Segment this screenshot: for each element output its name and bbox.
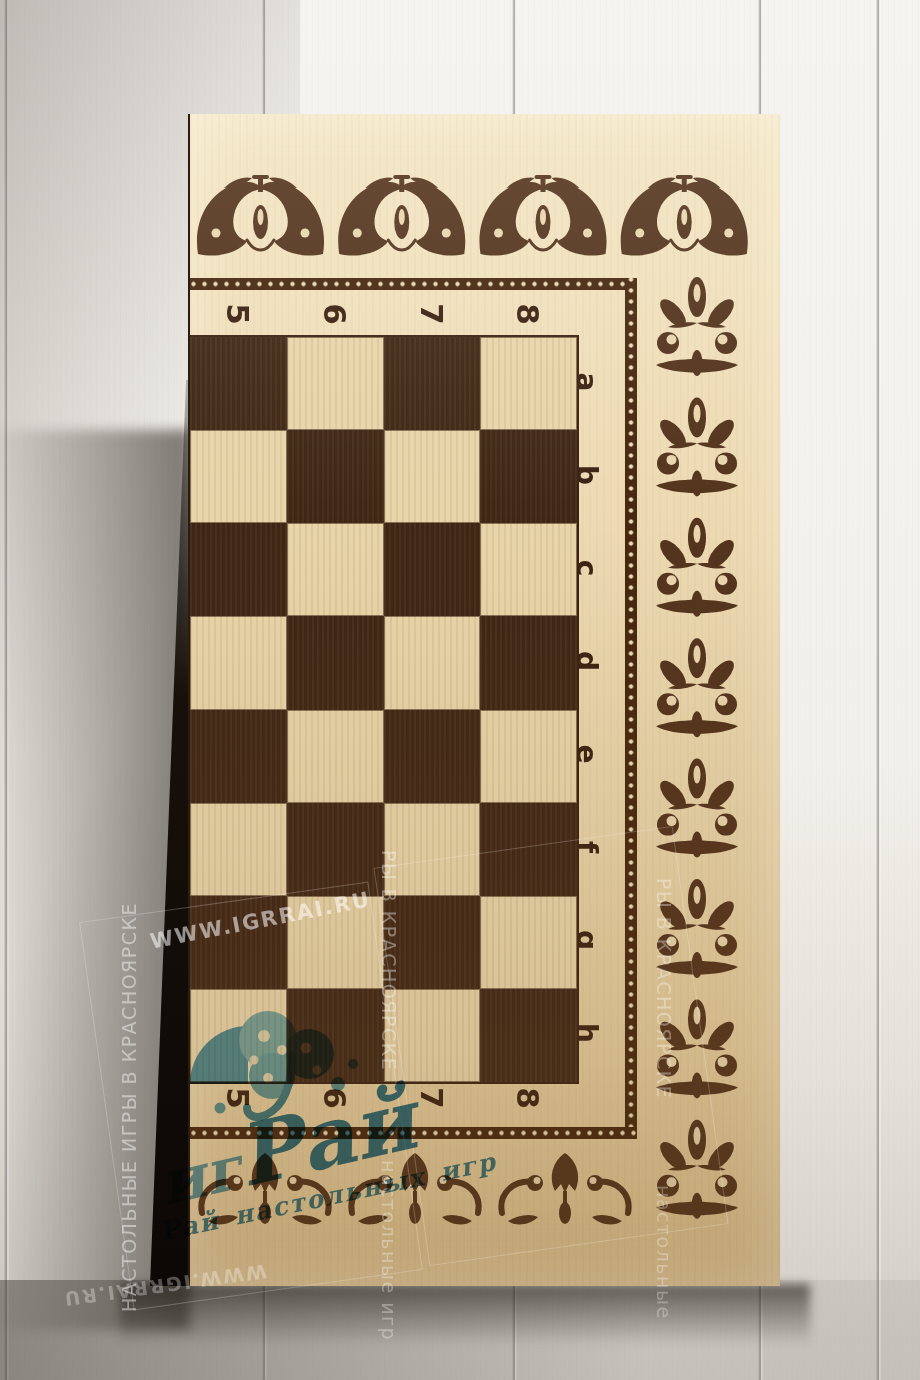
rank-label-bottom-7: 7 — [414, 1087, 450, 1109]
ornament-frieze-top — [190, 170, 755, 267]
square-f8[interactable] — [480, 803, 577, 896]
square-d8[interactable] — [480, 616, 577, 709]
square-b6[interactable] — [287, 430, 384, 523]
square-f7[interactable] — [384, 803, 481, 896]
square-h7[interactable] — [384, 989, 481, 1082]
square-g8[interactable] — [480, 896, 577, 989]
plank-groove — [876, 0, 881, 1380]
square-a5[interactable] — [190, 337, 287, 430]
ornament-frieze-right — [640, 267, 755, 1230]
square-e8[interactable] — [480, 710, 577, 803]
square-b7[interactable] — [384, 430, 481, 523]
square-h8[interactable] — [480, 989, 577, 1082]
square-c5[interactable] — [190, 523, 287, 616]
square-c6[interactable] — [287, 523, 384, 616]
square-g6[interactable] — [287, 896, 384, 989]
square-g5[interactable] — [190, 896, 287, 989]
square-b8[interactable] — [480, 430, 577, 523]
square-f5[interactable] — [190, 803, 287, 896]
rank-label-top-8: 8 — [510, 303, 546, 325]
chess-board-half: 5678 5678 abcdefgh — [190, 114, 780, 1286]
rank-label-top-6: 6 — [317, 303, 353, 325]
square-a8[interactable] — [480, 337, 577, 430]
square-d7[interactable] — [384, 616, 481, 709]
rank-label-top-7: 7 — [414, 303, 450, 325]
square-g7[interactable] — [384, 896, 481, 989]
square-h6[interactable] — [287, 989, 384, 1082]
square-c7[interactable] — [384, 523, 481, 616]
dotted-border-bottom — [190, 1127, 637, 1139]
dotted-border-right — [625, 278, 637, 1139]
board-grid — [190, 335, 579, 1084]
square-c8[interactable] — [480, 523, 577, 616]
square-d5[interactable] — [190, 616, 287, 709]
ornament-frieze-bottom — [190, 1147, 640, 1230]
rank-label-top-5: 5 — [220, 303, 256, 325]
rank-label-bottom-5: 5 — [220, 1087, 256, 1109]
square-f6[interactable] — [287, 803, 384, 896]
square-b5[interactable] — [190, 430, 287, 523]
square-e6[interactable] — [287, 710, 384, 803]
rank-label-bottom-6: 6 — [317, 1087, 353, 1109]
square-d6[interactable] — [287, 616, 384, 709]
square-a7[interactable] — [384, 337, 481, 430]
square-h5[interactable] — [190, 989, 287, 1082]
rank-label-bottom-8: 8 — [510, 1087, 546, 1109]
square-e5[interactable] — [190, 710, 287, 803]
board-drop-shadow — [120, 1284, 810, 1346]
dotted-border-top — [190, 278, 637, 290]
photo-canvas: 5678 5678 abcdefgh WWW.IGRRAI.RU НАСТОЛЬ… — [0, 0, 920, 1380]
square-a6[interactable] — [287, 337, 384, 430]
square-e7[interactable] — [384, 710, 481, 803]
